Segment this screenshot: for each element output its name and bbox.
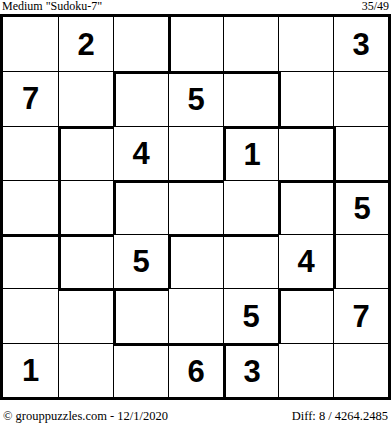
cell-digit: 4 <box>297 246 314 277</box>
cell-r5c6[interactable]: 4 <box>278 234 333 288</box>
cell-r3c7[interactable] <box>333 126 388 180</box>
puzzle-page: Medium "Sudoku-7" 35/49 23754155457163 ©… <box>0 0 391 426</box>
cell-r7c7[interactable] <box>333 343 388 397</box>
cell-r6c3[interactable] <box>113 288 168 342</box>
cell-r2c5[interactable] <box>223 71 278 125</box>
cell-r5c7[interactable] <box>333 234 388 288</box>
remaining-counter: 35/49 <box>362 0 389 13</box>
cell-digit: 7 <box>22 83 39 114</box>
cell-r4c2[interactable] <box>58 180 113 234</box>
cell-r2c4[interactable]: 5 <box>168 71 223 125</box>
cell-digit: 5 <box>353 193 370 224</box>
cell-digit: 1 <box>22 355 39 386</box>
cell-r7c5[interactable]: 3 <box>223 343 278 397</box>
cell-r6c5[interactable]: 5 <box>223 288 278 342</box>
cell-digit: 3 <box>352 29 369 60</box>
cell-r4c5[interactable] <box>223 180 278 234</box>
cell-r2c2[interactable] <box>58 71 113 125</box>
cell-r2c1[interactable]: 7 <box>3 71 58 125</box>
cell-digit: 3 <box>243 356 260 387</box>
cell-r3c1[interactable] <box>3 126 58 180</box>
cell-r4c6[interactable] <box>278 180 333 234</box>
footer: © grouppuzzles.com - 12/1/2020 Diff: 8 /… <box>0 409 391 423</box>
difficulty-text: Diff: 8 / 4264.2485 <box>292 409 388 423</box>
copyright-text: © grouppuzzles.com - 12/1/2020 <box>3 409 168 423</box>
cell-r7c4[interactable]: 6 <box>168 343 223 397</box>
cell-r7c1[interactable]: 1 <box>3 343 58 397</box>
cell-r5c5[interactable] <box>223 234 278 288</box>
cell-digit: 4 <box>132 138 149 169</box>
cell-digit: 1 <box>243 139 260 170</box>
cell-r2c3[interactable] <box>113 71 168 125</box>
sudoku-board: 23754155457163 <box>0 14 391 400</box>
cell-r2c7[interactable] <box>333 71 388 125</box>
cell-r7c3[interactable] <box>113 343 168 397</box>
cell-r1c6[interactable] <box>278 17 333 71</box>
cell-r1c1[interactable] <box>3 17 58 71</box>
cell-r6c2[interactable] <box>58 288 113 342</box>
cell-r3c2[interactable] <box>58 126 113 180</box>
cell-r6c4[interactable] <box>168 288 223 342</box>
cell-r2c6[interactable] <box>278 71 333 125</box>
cell-r1c3[interactable] <box>113 17 168 71</box>
header: Medium "Sudoku-7" 35/49 <box>0 0 391 14</box>
cell-r1c2[interactable]: 2 <box>58 17 113 71</box>
cell-r3c4[interactable] <box>168 126 223 180</box>
cell-digit: 7 <box>352 301 369 332</box>
cell-r4c4[interactable] <box>168 180 223 234</box>
cell-digit: 2 <box>77 29 94 60</box>
cell-r7c2[interactable] <box>58 343 113 397</box>
cell-digit: 6 <box>187 356 204 387</box>
puzzle-title: Medium "Sudoku-7" <box>2 0 102 13</box>
cell-digit: 5 <box>132 246 149 277</box>
cell-r4c7[interactable]: 5 <box>333 180 388 234</box>
cell-r5c2[interactable] <box>58 234 113 288</box>
cell-r3c6[interactable] <box>278 126 333 180</box>
cell-digit: 5 <box>242 301 259 332</box>
cell-r4c1[interactable] <box>3 180 58 234</box>
cell-r6c7[interactable]: 7 <box>333 288 388 342</box>
cell-r6c1[interactable] <box>3 288 58 342</box>
cell-r5c3[interactable]: 5 <box>113 234 168 288</box>
cell-r3c5[interactable]: 1 <box>223 126 278 180</box>
cell-r6c6[interactable] <box>278 288 333 342</box>
cell-r3c3[interactable]: 4 <box>113 126 168 180</box>
cell-r1c5[interactable] <box>223 17 278 71</box>
cell-r7c6[interactable] <box>278 343 333 397</box>
cell-r1c7[interactable]: 3 <box>333 17 388 71</box>
cell-r5c1[interactable] <box>3 234 58 288</box>
cell-r1c4[interactable] <box>168 17 223 71</box>
cell-r5c4[interactable] <box>168 234 223 288</box>
cell-r4c3[interactable] <box>113 180 168 234</box>
cell-digit: 5 <box>187 84 204 115</box>
